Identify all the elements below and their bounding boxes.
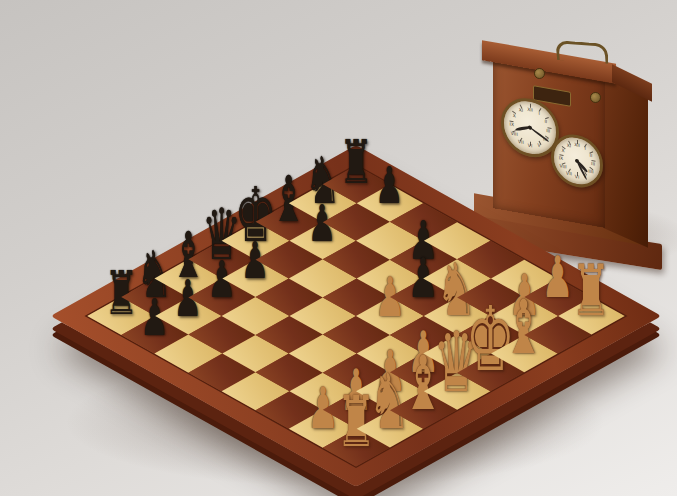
clock-left-dial-center-pin (528, 125, 532, 130)
clock-left-dial-numeral: VII (518, 139, 524, 145)
clock-left-dial-numeral: II (544, 119, 547, 124)
clock-case-front: XIIIIIIIIIIIIVVIVIIVIIIIXXXI XIIIIIIIIII… (493, 58, 605, 228)
clock-left-dial-numeral: VI (528, 143, 532, 149)
clock-left-dial-numeral: XI (519, 107, 523, 113)
clock-left-dial-numeral: X (513, 113, 516, 119)
clock-carry-handle (555, 40, 608, 64)
piece-black-rook-h8[interactable]: ♜ (339, 133, 373, 193)
clock-left-dial-numeral: V (538, 142, 541, 148)
clock-left-button[interactable] (534, 68, 545, 79)
clock-right-button[interactable] (590, 92, 601, 103)
photo-scene: XIIIIIIIIIIIIVVIVIIVIIIIXXXI XIIIIIIIIII… (0, 0, 677, 496)
piece-white-rook-h1[interactable]: ♜ (571, 256, 611, 327)
clock-left-dial-numeral: III (546, 128, 550, 134)
clock-right-dial-center-pin (575, 159, 579, 164)
clock-right-dial-numeral: XI (567, 143, 571, 149)
clock-right-dial-numeral: VII (566, 170, 572, 176)
clock-right-dial-numeral: XII (574, 142, 580, 148)
clock-left-dial-numeral: VIII (511, 131, 518, 137)
clock-right-dial-numeral: III (591, 161, 595, 167)
clock-left-dial-numeral: XII (527, 106, 533, 112)
clock-left-dial-numeral: IX (510, 122, 514, 128)
piece-white-pawn-h2[interactable]: ♟ (541, 249, 573, 306)
clock-left-dial-numeral: I (538, 111, 539, 116)
clock-right-dial-numeral: X (562, 148, 565, 154)
clock-right-dial-numeral: I (584, 146, 585, 151)
clock-case-side (604, 76, 648, 248)
clock-right-dial-numeral: VI (575, 174, 579, 180)
piece-black-pawn-h7[interactable]: ♟ (375, 160, 404, 211)
clock-right-dial-numeral: II (590, 153, 593, 158)
clock-right-dial-numeral: IIII (588, 168, 593, 174)
clock-right-dial: XIIIIIIIIIIIIVVIVIIVIIIIXXXI (551, 130, 603, 191)
clock-right-dial-numeral: VIII (560, 163, 567, 169)
clock-right-dial-numeral: IX (559, 155, 563, 161)
